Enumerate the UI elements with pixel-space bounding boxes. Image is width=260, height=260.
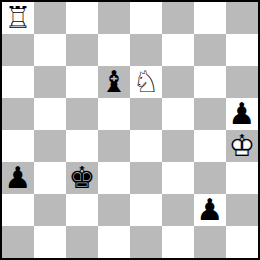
piece-white-rook[interactable]: ♜♖ — [2, 2, 34, 34]
square-f6[interactable] — [162, 66, 194, 98]
square-b1[interactable] — [34, 226, 66, 258]
black-pawn-icon: ♟ — [226, 98, 258, 130]
square-h7[interactable] — [226, 34, 258, 66]
white-rook-icon: ♖ — [2, 2, 34, 34]
square-e8[interactable] — [130, 2, 162, 34]
square-a2[interactable] — [2, 194, 34, 226]
square-b8[interactable] — [34, 2, 66, 34]
square-h1[interactable] — [226, 226, 258, 258]
chess-board: ♜♖♝♞♘♟♚♔♟♚♟ — [0, 0, 260, 260]
square-d4[interactable] — [98, 130, 130, 162]
square-c6[interactable] — [66, 66, 98, 98]
square-a4[interactable] — [2, 130, 34, 162]
square-h2[interactable] — [226, 194, 258, 226]
chess-diagram: ♜♖♝♞♘♟♚♔♟♚♟ — [0, 0, 260, 260]
square-c1[interactable] — [66, 226, 98, 258]
square-h6[interactable] — [226, 66, 258, 98]
square-h3[interactable] — [226, 162, 258, 194]
piece-black-bishop[interactable]: ♝ — [98, 66, 130, 98]
square-g1[interactable] — [194, 226, 226, 258]
piece-white-king[interactable]: ♚♔ — [226, 130, 258, 162]
square-d5[interactable] — [98, 98, 130, 130]
square-b6[interactable] — [34, 66, 66, 98]
square-a6[interactable] — [2, 66, 34, 98]
square-c8[interactable] — [66, 2, 98, 34]
square-a8[interactable]: ♜♖ — [2, 2, 34, 34]
square-e1[interactable] — [130, 226, 162, 258]
square-g5[interactable] — [194, 98, 226, 130]
square-b3[interactable] — [34, 162, 66, 194]
square-d1[interactable] — [98, 226, 130, 258]
square-a7[interactable] — [2, 34, 34, 66]
square-a3[interactable]: ♟ — [2, 162, 34, 194]
square-e5[interactable] — [130, 98, 162, 130]
square-f8[interactable] — [162, 2, 194, 34]
square-b2[interactable] — [34, 194, 66, 226]
white-king-icon: ♔ — [226, 130, 258, 162]
square-b5[interactable] — [34, 98, 66, 130]
square-h8[interactable] — [226, 2, 258, 34]
black-bishop-icon: ♝ — [98, 66, 130, 98]
piece-black-pawn[interactable]: ♟ — [226, 98, 258, 130]
square-g4[interactable] — [194, 130, 226, 162]
square-c4[interactable] — [66, 130, 98, 162]
square-d3[interactable] — [98, 162, 130, 194]
square-a5[interactable] — [2, 98, 34, 130]
square-h4[interactable]: ♚♔ — [226, 130, 258, 162]
square-b7[interactable] — [34, 34, 66, 66]
white-knight-icon: ♘ — [130, 66, 162, 98]
square-b4[interactable] — [34, 130, 66, 162]
piece-white-knight[interactable]: ♞♘ — [130, 66, 162, 98]
square-g6[interactable] — [194, 66, 226, 98]
square-e6[interactable]: ♞♘ — [130, 66, 162, 98]
square-e3[interactable] — [130, 162, 162, 194]
square-e4[interactable] — [130, 130, 162, 162]
square-f2[interactable] — [162, 194, 194, 226]
square-g8[interactable] — [194, 2, 226, 34]
square-f1[interactable] — [162, 226, 194, 258]
square-d6[interactable]: ♝ — [98, 66, 130, 98]
square-g3[interactable] — [194, 162, 226, 194]
black-king-icon: ♚ — [66, 162, 98, 194]
black-pawn-icon: ♟ — [194, 194, 226, 226]
square-c5[interactable] — [66, 98, 98, 130]
square-e7[interactable] — [130, 34, 162, 66]
square-a1[interactable] — [2, 226, 34, 258]
square-c3[interactable]: ♚ — [66, 162, 98, 194]
square-g2[interactable]: ♟ — [194, 194, 226, 226]
square-d2[interactable] — [98, 194, 130, 226]
square-d7[interactable] — [98, 34, 130, 66]
square-f7[interactable] — [162, 34, 194, 66]
square-f3[interactable] — [162, 162, 194, 194]
square-h5[interactable]: ♟ — [226, 98, 258, 130]
piece-black-king[interactable]: ♚ — [66, 162, 98, 194]
square-c2[interactable] — [66, 194, 98, 226]
square-g7[interactable] — [194, 34, 226, 66]
square-f4[interactable] — [162, 130, 194, 162]
black-pawn-icon: ♟ — [2, 162, 34, 194]
piece-black-pawn[interactable]: ♟ — [194, 194, 226, 226]
piece-black-pawn[interactable]: ♟ — [2, 162, 34, 194]
square-f5[interactable] — [162, 98, 194, 130]
square-e2[interactable] — [130, 194, 162, 226]
square-d8[interactable] — [98, 2, 130, 34]
square-c7[interactable] — [66, 34, 98, 66]
